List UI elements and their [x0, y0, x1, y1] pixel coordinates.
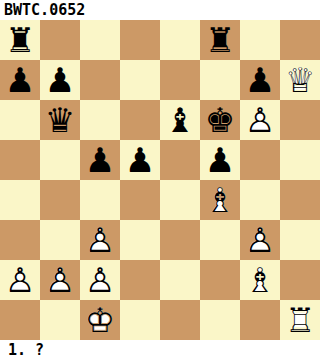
square-d6[interactable]: [120, 100, 160, 140]
square-e1[interactable]: [160, 300, 200, 340]
square-e8[interactable]: [160, 20, 200, 60]
white-pawn: ♟︎: [0, 260, 40, 300]
square-f2[interactable]: [200, 260, 240, 300]
black-pawn: ♟︎: [0, 60, 40, 100]
square-f6[interactable]: ♚︎: [200, 100, 240, 140]
square-b6[interactable]: ♛︎: [40, 100, 80, 140]
square-g4[interactable]: [240, 180, 280, 220]
square-b8[interactable]: [40, 20, 80, 60]
square-g5[interactable]: [240, 140, 280, 180]
white-pawn-outline: ♙︎: [240, 220, 280, 260]
black-pawn: ♟︎: [80, 140, 120, 180]
white-king-outline: ♔︎: [80, 300, 120, 340]
square-e6[interactable]: ♝︎: [160, 100, 200, 140]
white-pawn-outline: ♙︎: [0, 260, 40, 300]
square-c1[interactable]: ♚︎♔︎: [80, 300, 120, 340]
square-e3[interactable]: [160, 220, 200, 260]
white-queen-outline: ♕︎: [280, 60, 320, 100]
square-b2[interactable]: ♟︎♙︎: [40, 260, 80, 300]
white-pawn: ♟︎: [80, 220, 120, 260]
square-b4[interactable]: [40, 180, 80, 220]
square-g1[interactable]: [240, 300, 280, 340]
square-h3[interactable]: [280, 220, 320, 260]
square-a1[interactable]: [0, 300, 40, 340]
white-pawn-outline: ♙︎: [40, 260, 80, 300]
white-rook-outline: ♖︎: [280, 300, 320, 340]
square-b7[interactable]: ♟︎: [40, 60, 80, 100]
square-d5[interactable]: ♟︎: [120, 140, 160, 180]
square-a6[interactable]: [0, 100, 40, 140]
square-e7[interactable]: [160, 60, 200, 100]
black-bishop: ♝︎: [160, 100, 200, 140]
square-c2[interactable]: ♟︎♙︎: [80, 260, 120, 300]
square-a8[interactable]: ♜︎: [0, 20, 40, 60]
black-pawn: ♟︎: [240, 60, 280, 100]
square-d4[interactable]: [120, 180, 160, 220]
square-h5[interactable]: [280, 140, 320, 180]
square-h4[interactable]: [280, 180, 320, 220]
square-a5[interactable]: [0, 140, 40, 180]
square-e4[interactable]: [160, 180, 200, 220]
black-pawn: ♟︎: [40, 60, 80, 100]
square-c5[interactable]: ♟︎: [80, 140, 120, 180]
square-g7[interactable]: ♟︎: [240, 60, 280, 100]
square-g2[interactable]: ♝︎♗︎: [240, 260, 280, 300]
square-g3[interactable]: ♟︎♙︎: [240, 220, 280, 260]
square-g6[interactable]: ♟︎♙︎: [240, 100, 280, 140]
square-c8[interactable]: [80, 20, 120, 60]
white-bishop: ♝︎: [200, 180, 240, 220]
white-pawn-outline: ♙︎: [80, 220, 120, 260]
black-king: ♚︎: [200, 100, 240, 140]
square-f8[interactable]: ♜︎: [200, 20, 240, 60]
square-c6[interactable]: [80, 100, 120, 140]
white-queen: ♛︎: [280, 60, 320, 100]
square-c3[interactable]: ♟︎♙︎: [80, 220, 120, 260]
square-c4[interactable]: [80, 180, 120, 220]
white-pawn: ♟︎: [40, 260, 80, 300]
white-pawn-outline: ♙︎: [240, 100, 280, 140]
square-a7[interactable]: ♟︎: [0, 60, 40, 100]
black-rook: ♜︎: [0, 20, 40, 60]
square-c7[interactable]: [80, 60, 120, 100]
square-d7[interactable]: [120, 60, 160, 100]
white-rook: ♜︎: [280, 300, 320, 340]
square-a2[interactable]: ♟︎♙︎: [0, 260, 40, 300]
title-bar: BWTC.0652: [0, 0, 320, 20]
square-h6[interactable]: [280, 100, 320, 140]
square-d3[interactable]: [120, 220, 160, 260]
white-king: ♚︎: [80, 300, 120, 340]
square-h7[interactable]: ♛︎♕︎: [280, 60, 320, 100]
square-h2[interactable]: [280, 260, 320, 300]
square-f3[interactable]: [200, 220, 240, 260]
black-rook: ♜︎: [200, 20, 240, 60]
white-pawn: ♟︎: [80, 260, 120, 300]
move-prompt: 1. ?: [8, 341, 44, 359]
square-d8[interactable]: [120, 20, 160, 60]
square-b1[interactable]: [40, 300, 80, 340]
white-pawn-outline: ♙︎: [80, 260, 120, 300]
square-b3[interactable]: [40, 220, 80, 260]
black-pawn: ♟︎: [200, 140, 240, 180]
square-e2[interactable]: [160, 260, 200, 300]
square-f4[interactable]: ♝︎♗︎: [200, 180, 240, 220]
square-d2[interactable]: [120, 260, 160, 300]
chess-board: ♜︎♜︎♟︎♟︎♟︎♛︎♕︎♛︎♝︎♚︎♟︎♙︎♟︎♟︎♟︎♝︎♗︎♟︎♙︎♟︎…: [0, 20, 320, 340]
square-f5[interactable]: ♟︎: [200, 140, 240, 180]
white-bishop: ♝︎: [240, 260, 280, 300]
square-a4[interactable]: [0, 180, 40, 220]
square-b5[interactable]: [40, 140, 80, 180]
black-pawn: ♟︎: [120, 140, 160, 180]
white-bishop-outline: ♗︎: [240, 260, 280, 300]
white-pawn: ♟︎: [240, 100, 280, 140]
square-f1[interactable]: [200, 300, 240, 340]
square-h8[interactable]: [280, 20, 320, 60]
square-f7[interactable]: [200, 60, 240, 100]
square-d1[interactable]: [120, 300, 160, 340]
footer-bar: 1. ?: [0, 340, 320, 360]
white-pawn: ♟︎: [240, 220, 280, 260]
square-a3[interactable]: [0, 220, 40, 260]
black-queen: ♛︎: [40, 100, 80, 140]
square-h1[interactable]: ♜︎♖︎: [280, 300, 320, 340]
white-bishop-outline: ♗︎: [200, 180, 240, 220]
puzzle-id: BWTC.0652: [4, 1, 85, 19]
square-e5[interactable]: [160, 140, 200, 180]
square-g8[interactable]: [240, 20, 280, 60]
